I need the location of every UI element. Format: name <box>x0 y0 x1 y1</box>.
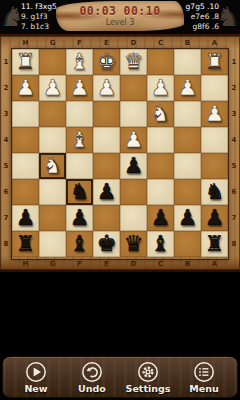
square-h3[interactable] <box>12 101 39 127</box>
square-d3[interactable] <box>120 101 147 127</box>
move-entry: 9. g1f3 <box>21 12 57 22</box>
rank-label: 5 <box>228 153 240 179</box>
white-bishop[interactable]: ♝ <box>70 127 90 153</box>
square-e3[interactable] <box>93 101 120 127</box>
file-label: B <box>174 257 201 270</box>
white-pawn[interactable]: ♟ <box>205 101 225 127</box>
black-pawn[interactable]: ♟ <box>16 205 36 231</box>
settings-button[interactable]: Settings <box>125 357 171 397</box>
move-entry: e7e6 .8 <box>186 12 219 22</box>
white-rook[interactable]: ♜ <box>205 49 225 75</box>
file-label: G <box>39 257 66 270</box>
menu-button[interactable]: Menu <box>181 357 227 397</box>
square-h7[interactable]: ♟ <box>12 205 39 231</box>
board-corner <box>0 36 12 49</box>
square-a6[interactable]: ♞ <box>201 179 228 205</box>
chess-app: ♞ 11. f3xg5 9. g1f3 7. b1c3 00:0300:10 L… <box>0 0 240 400</box>
square-b6[interactable] <box>174 179 201 205</box>
white-pawn[interactable]: ♟ <box>97 75 117 101</box>
square-d7[interactable] <box>120 205 147 231</box>
square-g7[interactable] <box>39 205 66 231</box>
square-f8[interactable]: ♝ <box>66 231 93 257</box>
square-b7[interactable]: ♟ <box>174 205 201 231</box>
rank-label: 2 <box>228 75 240 101</box>
square-f1[interactable]: ♝ <box>66 49 93 75</box>
square-b4[interactable] <box>174 127 201 153</box>
file-label: A <box>201 36 228 49</box>
square-h6[interactable] <box>12 179 39 205</box>
file-label: H <box>12 36 39 49</box>
square-c1[interactable] <box>147 49 174 75</box>
square-g6[interactable] <box>39 179 66 205</box>
black-queen[interactable]: ♛ <box>124 231 144 257</box>
square-g8[interactable] <box>39 231 66 257</box>
rank-label: 4 <box>0 127 12 153</box>
rank-label: 1 <box>0 49 12 75</box>
square-d4[interactable]: ♟ <box>120 127 147 153</box>
rank-label: 8 <box>0 231 12 257</box>
square-g3[interactable] <box>39 101 66 127</box>
white-bishop[interactable]: ♝ <box>70 49 90 75</box>
square-g2[interactable]: ♟ <box>39 75 66 101</box>
square-g1[interactable] <box>39 49 66 75</box>
button-label: New <box>24 383 47 394</box>
square-f3[interactable] <box>66 101 93 127</box>
square-c3[interactable]: ♞ <box>147 101 174 127</box>
white-move-list: 11. f3xg5 9. g1f3 7. b1c3 <box>21 2 57 32</box>
white-pawn[interactable]: ♟ <box>124 127 144 153</box>
square-h5[interactable] <box>12 153 39 179</box>
white-rook[interactable]: ♜ <box>16 49 36 75</box>
top-status-bar: ♞ 11. f3xg5 9. g1f3 7. b1c3 00:0300:10 L… <box>0 0 240 34</box>
rank-label: 7 <box>0 205 12 231</box>
move-entry: 11. f3xg5 <box>21 2 57 12</box>
black-knight[interactable]: ♞ <box>70 179 90 205</box>
black-pawn[interactable]: ♟ <box>97 179 117 205</box>
square-a4[interactable] <box>201 127 228 153</box>
file-label: A <box>201 257 228 270</box>
black-king[interactable]: ♚ <box>97 231 117 257</box>
rank-label: 3 <box>228 101 240 127</box>
undo-icon <box>81 361 103 383</box>
black-clock: 00:10 <box>124 4 161 18</box>
level-indicator: Level 3 <box>106 18 135 27</box>
square-b5[interactable] <box>174 153 201 179</box>
square-a1[interactable]: ♜ <box>201 49 228 75</box>
gear-icon <box>137 361 159 383</box>
white-king[interactable]: ♚ <box>97 49 117 75</box>
black-pawn[interactable]: ♟ <box>205 205 225 231</box>
white-pawn[interactable]: ♟ <box>178 75 198 101</box>
rank-label: 5 <box>0 153 12 179</box>
black-rook[interactable]: ♜ <box>16 231 36 257</box>
button-label: Settings <box>126 383 171 394</box>
play-icon <box>25 361 47 383</box>
square-e4[interactable] <box>93 127 120 153</box>
black-move-list: g7g5 .10 e7e6 .8 g8f6 .6 <box>186 2 219 32</box>
black-pawn[interactable]: ♟ <box>178 205 198 231</box>
black-pawn[interactable]: ♟ <box>124 153 144 179</box>
rank-label: 2 <box>0 75 12 101</box>
square-e2[interactable]: ♟ <box>93 75 120 101</box>
square-e5[interactable] <box>93 153 120 179</box>
square-a5[interactable] <box>201 153 228 179</box>
square-g5[interactable]: ♞ <box>39 153 66 179</box>
square-h8[interactable]: ♜ <box>12 231 39 257</box>
rank-label: 6 <box>228 179 240 205</box>
file-label: G <box>39 36 66 49</box>
button-label: Menu <box>189 383 218 394</box>
white-pawn[interactable]: ♟ <box>151 75 171 101</box>
rank-label: 4 <box>228 127 240 153</box>
file-label: E <box>93 257 120 270</box>
square-f5[interactable] <box>66 153 93 179</box>
square-e8[interactable]: ♚ <box>93 231 120 257</box>
undo-button[interactable]: Undo <box>69 357 115 397</box>
square-b8[interactable] <box>174 231 201 257</box>
move-entry: g7g5 .10 <box>186 2 219 12</box>
black-knight[interactable]: ♞ <box>205 179 225 205</box>
rank-label: 8 <box>228 231 240 257</box>
menu-icon <box>193 361 215 383</box>
square-b3[interactable] <box>174 101 201 127</box>
chess-board: HGFEDCBA1♜♝♚♛♜12♟♟♟♟♟♟23♞♟34♝♟45♞♟56♞♟♞6… <box>0 36 240 270</box>
move-entry: 7. b1c3 <box>21 22 57 32</box>
square-a2[interactable] <box>201 75 228 101</box>
square-f4[interactable]: ♝ <box>66 127 93 153</box>
button-label: Undo <box>78 383 106 394</box>
black-bishop[interactable]: ♝ <box>151 231 171 257</box>
black-side-knight-icon: ♞ <box>216 1 240 32</box>
file-label: F <box>66 257 93 270</box>
square-a8[interactable]: ♜ <box>201 231 228 257</box>
square-d5[interactable]: ♟ <box>120 153 147 179</box>
board-corner <box>228 257 240 270</box>
square-h1[interactable]: ♜ <box>12 49 39 75</box>
square-h4[interactable] <box>12 127 39 153</box>
white-queen[interactable]: ♛ <box>124 49 144 75</box>
white-pawn[interactable]: ♟ <box>16 75 36 101</box>
square-f6[interactable]: ♞ <box>66 179 93 205</box>
timer-plaque: 00:0300:10 Level 3 <box>56 1 184 31</box>
square-f7[interactable]: ♟ <box>66 205 93 231</box>
rank-label: 6 <box>0 179 12 205</box>
move-entry: g8f6 .6 <box>186 22 219 32</box>
square-d8[interactable]: ♛ <box>120 231 147 257</box>
square-h2[interactable]: ♟ <box>12 75 39 101</box>
square-g4[interactable] <box>39 127 66 153</box>
file-label: E <box>93 36 120 49</box>
file-label: D <box>120 36 147 49</box>
square-c8[interactable]: ♝ <box>147 231 174 257</box>
square-c4[interactable] <box>147 127 174 153</box>
white-clock: 00:03 <box>79 4 116 18</box>
square-d6[interactable] <box>120 179 147 205</box>
square-e7[interactable] <box>93 205 120 231</box>
square-c6[interactable] <box>147 179 174 205</box>
rank-label: 3 <box>0 101 12 127</box>
black-rook[interactable]: ♜ <box>205 231 225 257</box>
square-b1[interactable] <box>174 49 201 75</box>
file-label: C <box>147 36 174 49</box>
square-f2[interactable]: ♟ <box>66 75 93 101</box>
square-c5[interactable] <box>147 153 174 179</box>
file-label: F <box>66 36 93 49</box>
white-pawn[interactable]: ♟ <box>70 75 90 101</box>
square-d2[interactable] <box>120 75 147 101</box>
board-frame: HGFEDCBA1♜♝♚♛♜12♟♟♟♟♟♟23♞♟34♝♟45♞♟56♞♟♞6… <box>0 34 240 272</box>
new-button[interactable]: New <box>13 357 59 397</box>
square-c7[interactable]: ♟ <box>147 205 174 231</box>
rank-label: 7 <box>228 205 240 231</box>
file-label: D <box>120 257 147 270</box>
black-bishop[interactable]: ♝ <box>70 231 90 257</box>
square-e6[interactable]: ♟ <box>93 179 120 205</box>
square-b2[interactable]: ♟ <box>174 75 201 101</box>
black-pawn[interactable]: ♟ <box>70 205 90 231</box>
white-knight[interactable]: ♞ <box>43 153 63 179</box>
square-c2[interactable]: ♟ <box>147 75 174 101</box>
bottom-toolbar: New Undo Settings <box>2 356 238 398</box>
square-a3[interactable]: ♟ <box>201 101 228 127</box>
square-d1[interactable]: ♛ <box>120 49 147 75</box>
file-label: C <box>147 257 174 270</box>
white-knight[interactable]: ♞ <box>151 101 171 127</box>
black-pawn[interactable]: ♟ <box>151 205 171 231</box>
square-e1[interactable]: ♚ <box>93 49 120 75</box>
rank-label: 1 <box>228 49 240 75</box>
board-corner <box>0 257 12 270</box>
square-a7[interactable]: ♟ <box>201 205 228 231</box>
game-clocks: 00:0300:10 <box>79 5 160 17</box>
board-corner <box>228 36 240 49</box>
file-label: B <box>174 36 201 49</box>
white-pawn[interactable]: ♟ <box>43 75 63 101</box>
file-label: H <box>12 257 39 270</box>
